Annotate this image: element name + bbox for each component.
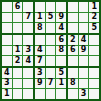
cell-r8c4: 9 bbox=[35, 79, 45, 89]
cell-r5c9[interactable] bbox=[89, 46, 99, 56]
cell-r5c5[interactable] bbox=[46, 46, 56, 56]
cell-r2c8[interactable] bbox=[79, 13, 89, 23]
cell-r1c5[interactable] bbox=[46, 2, 56, 12]
cell-r6c5[interactable] bbox=[46, 56, 56, 66]
cell-r5c4: 4 bbox=[35, 46, 45, 56]
cell-r8c8[interactable] bbox=[79, 79, 89, 89]
cell-r1c7[interactable] bbox=[68, 2, 78, 12]
cell-r1c4[interactable] bbox=[35, 2, 45, 12]
cell-r7c2[interactable] bbox=[13, 68, 23, 78]
cell-r7c6: 5 bbox=[56, 68, 66, 78]
sudoku-page: 67159841251324648724694313597183 bbox=[0, 0, 101, 101]
cell-r2c4: 1 bbox=[35, 13, 45, 23]
cell-r2c9: 2 bbox=[89, 13, 99, 23]
cell-r4c2[interactable] bbox=[13, 35, 23, 45]
cell-r3c7[interactable] bbox=[68, 23, 78, 33]
cell-r4c9[interactable] bbox=[89, 35, 99, 45]
box-2-2: 6487 bbox=[35, 35, 66, 66]
cell-r2c7[interactable] bbox=[68, 13, 78, 23]
cell-r5c7: 6 bbox=[68, 46, 78, 56]
cell-r9c8: 3 bbox=[79, 89, 89, 99]
cell-r4c7: 2 bbox=[68, 35, 78, 45]
cell-r5c1[interactable] bbox=[2, 46, 12, 56]
cell-r8c1: 3 bbox=[2, 79, 12, 89]
cell-r9c6[interactable] bbox=[56, 89, 66, 99]
cell-r8c6: 1 bbox=[56, 79, 66, 89]
cell-r5c8: 9 bbox=[79, 46, 89, 56]
cell-r7c3[interactable] bbox=[23, 68, 33, 78]
cell-r6c1[interactable] bbox=[2, 56, 12, 66]
cell-r8c3[interactable] bbox=[23, 79, 33, 89]
cell-r1c1[interactable] bbox=[2, 2, 12, 12]
cell-r9c2[interactable] bbox=[13, 89, 23, 99]
cell-r5c3: 3 bbox=[23, 46, 33, 56]
cell-r4c3[interactable] bbox=[23, 35, 33, 45]
cell-r4c8: 4 bbox=[79, 35, 89, 45]
cell-r7c5[interactable] bbox=[46, 68, 56, 78]
cell-r3c4: 8 bbox=[35, 23, 45, 33]
cell-r6c3: 4 bbox=[23, 56, 33, 66]
cell-r9c3[interactable] bbox=[23, 89, 33, 99]
cell-r7c4: 3 bbox=[35, 68, 45, 78]
cell-r6c4: 7 bbox=[35, 56, 45, 66]
cell-r6c2: 2 bbox=[13, 56, 23, 66]
box-2-3: 2469 bbox=[68, 35, 99, 66]
cell-r6c7[interactable] bbox=[68, 56, 78, 66]
cell-r1c6[interactable] bbox=[56, 2, 66, 12]
cell-r7c7[interactable] bbox=[68, 68, 78, 78]
cell-r6c9[interactable] bbox=[89, 56, 99, 66]
cell-r8c2[interactable] bbox=[13, 79, 23, 89]
cell-r4c5[interactable] bbox=[46, 35, 56, 45]
cell-r9c1: 1 bbox=[2, 89, 12, 99]
cell-r8c9[interactable] bbox=[89, 79, 99, 89]
box-1-1: 67 bbox=[2, 2, 33, 33]
cell-r1c2: 6 bbox=[13, 2, 23, 12]
box-3-2: 35971 bbox=[35, 68, 66, 99]
cell-r7c8[interactable] bbox=[79, 68, 89, 78]
box-1-3: 125 bbox=[68, 2, 99, 33]
box-1-2: 15984 bbox=[35, 2, 66, 33]
cell-r2c5: 5 bbox=[46, 13, 56, 23]
cell-r8c7: 8 bbox=[68, 79, 78, 89]
cell-r2c2[interactable] bbox=[13, 13, 23, 23]
cell-r4c1[interactable] bbox=[2, 35, 12, 45]
cell-r6c8[interactable] bbox=[79, 56, 89, 66]
cell-r3c2[interactable] bbox=[13, 23, 23, 33]
box-2-1: 1324 bbox=[2, 35, 33, 66]
cell-r3c3[interactable] bbox=[23, 23, 33, 33]
cell-r9c5[interactable] bbox=[46, 89, 56, 99]
cell-r9c7[interactable] bbox=[68, 89, 78, 99]
cell-r6c6[interactable] bbox=[56, 56, 66, 66]
cell-r5c6: 8 bbox=[56, 46, 66, 56]
cell-r8c5: 7 bbox=[46, 79, 56, 89]
cell-r3c8[interactable] bbox=[79, 23, 89, 33]
cell-r2c1[interactable] bbox=[2, 13, 12, 23]
cell-r2c3: 7 bbox=[23, 13, 33, 23]
cell-r7c9[interactable] bbox=[89, 68, 99, 78]
sudoku-board: 67159841251324648724694313597183 bbox=[0, 0, 101, 101]
cell-r7c1: 4 bbox=[2, 68, 12, 78]
cell-r3c5[interactable] bbox=[46, 23, 56, 33]
cell-r1c3[interactable] bbox=[23, 2, 33, 12]
box-3-3: 83 bbox=[68, 68, 99, 99]
cell-r3c1[interactable] bbox=[2, 23, 12, 33]
cell-r3c6: 4 bbox=[56, 23, 66, 33]
cell-r9c4[interactable] bbox=[35, 89, 45, 99]
cell-r2c6: 9 bbox=[56, 13, 66, 23]
cell-r5c2: 1 bbox=[13, 46, 23, 56]
cell-r4c4[interactable] bbox=[35, 35, 45, 45]
cell-r1c9: 1 bbox=[89, 2, 99, 12]
cell-r9c9[interactable] bbox=[89, 89, 99, 99]
cell-r1c8[interactable] bbox=[79, 2, 89, 12]
box-3-1: 431 bbox=[2, 68, 33, 99]
cell-r4c6: 6 bbox=[56, 35, 66, 45]
cell-r3c9: 5 bbox=[89, 23, 99, 33]
